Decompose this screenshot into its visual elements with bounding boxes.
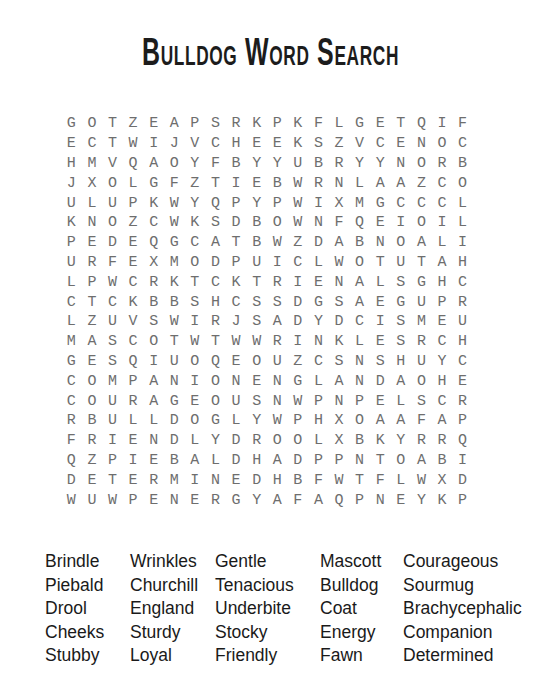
- grid-cell: I: [102, 431, 123, 451]
- grid-cell: E: [246, 134, 267, 154]
- grid-cell: D: [226, 213, 247, 233]
- grid-cell: V: [123, 312, 144, 332]
- grid-cell: P: [432, 292, 453, 312]
- grid-cell: I: [432, 114, 453, 134]
- grid-cell: A: [267, 490, 288, 510]
- grid-cell: R: [452, 292, 473, 312]
- grid-cell: E: [246, 173, 267, 193]
- grid-cell: L: [143, 411, 164, 431]
- grid-cell: R: [246, 431, 267, 451]
- grid-cell: S: [246, 391, 267, 411]
- grid-cell: A: [267, 451, 288, 471]
- grid-cell: R: [82, 253, 103, 273]
- grid-cell: C: [123, 272, 144, 292]
- grid-cell: V: [102, 154, 123, 174]
- grid-cell: T: [226, 233, 247, 253]
- word-list-column: WrinklesChurchillEnglandSturdyLoyal: [130, 550, 215, 668]
- grid-cell: D: [288, 292, 309, 312]
- grid-cell: W: [61, 490, 82, 510]
- grid-cell: O: [82, 114, 103, 134]
- grid-cell: L: [349, 332, 370, 352]
- grid-cell: S: [185, 292, 206, 312]
- grid-cell: W: [288, 391, 309, 411]
- grid-cell: E: [370, 292, 391, 312]
- grid-cell: U: [288, 154, 309, 174]
- grid-cell: N: [205, 470, 226, 490]
- grid-cell: B: [164, 292, 185, 312]
- grid-cell: N: [308, 332, 329, 352]
- grid-cell: C: [82, 134, 103, 154]
- grid-cell: N: [82, 213, 103, 233]
- grid-cell: E: [226, 352, 247, 372]
- word-list-item: Underbite: [215, 597, 320, 621]
- grid-cell: P: [452, 411, 473, 431]
- grid-cell: C: [61, 371, 82, 391]
- grid-cell: O: [205, 391, 226, 411]
- grid-cell: S: [391, 312, 412, 332]
- grid-cell: E: [123, 233, 144, 253]
- grid-cell: C: [143, 213, 164, 233]
- grid-cell: A: [391, 371, 412, 391]
- grid-cell: S: [329, 292, 350, 312]
- grid-cell: N: [349, 451, 370, 471]
- word-list-item: Companion: [403, 621, 541, 645]
- grid-cell: X: [143, 253, 164, 273]
- grid-cell: N: [308, 213, 329, 233]
- grid-cell: E: [82, 233, 103, 253]
- grid-cell: C: [432, 173, 453, 193]
- grid-cell: Q: [205, 352, 226, 372]
- grid-cell: R: [329, 154, 350, 174]
- grid-cell: S: [329, 352, 350, 372]
- grid-cell: D: [288, 451, 309, 471]
- grid-cell: O: [82, 371, 103, 391]
- grid-cell: O: [288, 431, 309, 451]
- grid-cell: X: [329, 431, 350, 451]
- grid-cell: C: [432, 193, 453, 213]
- grid-cell: N: [370, 233, 391, 253]
- grid-cell: T: [82, 292, 103, 312]
- grid-cell: L: [123, 173, 144, 193]
- grid-cell: L: [432, 233, 453, 253]
- grid-cell: N: [411, 134, 432, 154]
- grid-cell: Z: [411, 173, 432, 193]
- grid-cell: W: [164, 312, 185, 332]
- grid-cell: W: [164, 213, 185, 233]
- grid-cell: T: [349, 470, 370, 490]
- grid-cell: W: [185, 332, 206, 352]
- grid-cell: P: [308, 391, 329, 411]
- grid-cell: I: [143, 352, 164, 372]
- word-list-item: Bulldog: [320, 574, 403, 598]
- grid-cell: G: [411, 272, 432, 292]
- grid-cell: N: [329, 272, 350, 292]
- grid-cell: M: [82, 154, 103, 174]
- grid-cell: K: [246, 114, 267, 134]
- grid-cell: C: [349, 312, 370, 332]
- grid-cell: B: [288, 470, 309, 490]
- grid-cell: B: [246, 213, 267, 233]
- grid-cell: A: [205, 233, 226, 253]
- grid-cell: K: [185, 213, 206, 233]
- grid-cell: Z: [123, 213, 144, 233]
- grid-cell: P: [123, 490, 144, 510]
- grid-cell: N: [143, 431, 164, 451]
- grid-cell: E: [185, 490, 206, 510]
- grid-cell: A: [143, 154, 164, 174]
- grid-cell: O: [82, 391, 103, 411]
- grid-cell: L: [391, 470, 412, 490]
- grid-cell: B: [452, 154, 473, 174]
- grid-cell: E: [143, 490, 164, 510]
- grid-cell: K: [288, 114, 309, 134]
- grid-cell: Z: [82, 451, 103, 471]
- grid-cell: A: [349, 272, 370, 292]
- grid-cell: T: [370, 451, 391, 471]
- grid-cell: P: [102, 451, 123, 471]
- grid-cell: P: [349, 490, 370, 510]
- grid-cell: X: [329, 193, 350, 213]
- grid-cell: O: [102, 173, 123, 193]
- grid-cell: B: [308, 154, 329, 174]
- grid-cell: I: [185, 312, 206, 332]
- grid-cell: E: [143, 114, 164, 134]
- grid-cell: N: [349, 371, 370, 391]
- grid-cell: P: [329, 451, 350, 471]
- grid-cell: O: [391, 451, 412, 471]
- grid-cell: Y: [246, 411, 267, 431]
- grid-cell: F: [164, 173, 185, 193]
- grid-cell: A: [143, 391, 164, 411]
- grid-cell: N: [329, 391, 350, 411]
- grid-cell: F: [61, 431, 82, 451]
- grid-cell: D: [370, 371, 391, 391]
- grid-cell: W: [288, 193, 309, 213]
- grid-cell: T: [391, 114, 412, 134]
- grid-cell: A: [370, 173, 391, 193]
- grid-cell: Q: [411, 114, 432, 134]
- grid-cell: L: [349, 173, 370, 193]
- grid-cell: F: [288, 490, 309, 510]
- grid-cell: C: [452, 134, 473, 154]
- grid-cell: U: [411, 352, 432, 372]
- word-list-item: Cheeks: [45, 621, 130, 645]
- word-list-item: Drool: [45, 597, 130, 621]
- grid-cell: Y: [391, 431, 412, 451]
- grid-cell: P: [185, 114, 206, 134]
- grid-cell: I: [185, 470, 206, 490]
- grid-cell: A: [432, 411, 453, 431]
- grid-cell: N: [164, 371, 185, 391]
- grid-cell: E: [370, 332, 391, 352]
- word-list-item: Brindle: [45, 550, 130, 574]
- word-list-item: Energy: [320, 621, 403, 645]
- grid-cell: V: [349, 134, 370, 154]
- grid-cell: S: [391, 332, 412, 352]
- grid-cell: C: [205, 134, 226, 154]
- grid-cell: B: [349, 233, 370, 253]
- grid-cell: I: [288, 272, 309, 292]
- grid-cell: U: [61, 193, 82, 213]
- grid-cell: L: [452, 213, 473, 233]
- grid-cell: T: [164, 332, 185, 352]
- grid-cell: W: [246, 332, 267, 352]
- grid-cell: U: [102, 411, 123, 431]
- word-list-item: Gentle: [215, 550, 320, 574]
- grid-cell: S: [246, 312, 267, 332]
- grid-cell: C: [411, 193, 432, 213]
- grid-cell: A: [185, 451, 206, 471]
- grid-cell: I: [123, 451, 144, 471]
- grid-cell: E: [226, 470, 247, 490]
- grid-cell: P: [267, 193, 288, 213]
- grid-cell: W: [226, 332, 247, 352]
- grid-cell: D: [226, 451, 247, 471]
- grid-cell: E: [267, 134, 288, 154]
- grid-cell: R: [143, 470, 164, 490]
- grid-cell: G: [349, 114, 370, 134]
- grid-cell: B: [432, 451, 453, 471]
- grid-cell: Y: [349, 154, 370, 174]
- grid-cell: S: [411, 391, 432, 411]
- grid-cell: G: [164, 233, 185, 253]
- grid-cell: M: [411, 312, 432, 332]
- grid-cell: U: [102, 312, 123, 332]
- grid-cell: C: [226, 292, 247, 312]
- grid-cell: C: [432, 391, 453, 411]
- grid-cell: F: [411, 411, 432, 431]
- grid-cell: E: [370, 391, 391, 411]
- grid-cell: B: [164, 451, 185, 471]
- grid-cell: P: [349, 391, 370, 411]
- word-list-item: Stocky: [215, 621, 320, 645]
- grid-cell: L: [205, 451, 226, 471]
- grid-cell: F: [102, 253, 123, 273]
- puzzle-title: Bulldog Word Search: [97, 30, 443, 74]
- grid-cell: G: [61, 352, 82, 372]
- grid-cell: Y: [432, 352, 453, 372]
- grid-cell: E: [391, 490, 412, 510]
- grid-cell: P: [123, 193, 144, 213]
- grid-cell: Y: [185, 154, 206, 174]
- grid-cell: S: [102, 332, 123, 352]
- word-list-item: Friendly: [215, 644, 320, 668]
- grid-cell: W: [288, 173, 309, 193]
- grid-cell: O: [411, 154, 432, 174]
- grid-cell: O: [267, 431, 288, 451]
- grid-cell: A: [411, 451, 432, 471]
- grid-cell: R: [411, 332, 432, 352]
- grid-cell: U: [61, 253, 82, 273]
- grid-cell: S: [205, 213, 226, 233]
- grid-cell: M: [349, 193, 370, 213]
- grid-cell: U: [411, 292, 432, 312]
- grid-cell: I: [391, 213, 412, 233]
- grid-cell: C: [452, 272, 473, 292]
- grid-cell: O: [432, 134, 453, 154]
- grid-cell: Q: [452, 431, 473, 451]
- grid-cell: O: [185, 253, 206, 273]
- grid-cell: D: [288, 312, 309, 332]
- grid-cell: L: [452, 193, 473, 213]
- grid-cell: H: [205, 292, 226, 312]
- grid-cell: R: [226, 114, 247, 134]
- grid-cell: Z: [123, 114, 144, 134]
- grid-cell: U: [452, 312, 473, 332]
- grid-cell: D: [102, 233, 123, 253]
- grid-cell: W: [329, 470, 350, 490]
- grid-cell: U: [226, 391, 247, 411]
- grid-cell: Q: [329, 490, 350, 510]
- grid-cell: C: [391, 193, 412, 213]
- grid-cell: H: [432, 272, 453, 292]
- grid-cell: A: [329, 233, 350, 253]
- grid-cell: N: [329, 173, 350, 193]
- grid-cell: C: [61, 391, 82, 411]
- word-list-item: Brachycephalic: [403, 597, 541, 621]
- grid-cell: A: [349, 292, 370, 312]
- grid-cell: C: [61, 292, 82, 312]
- grid-cell: N: [164, 490, 185, 510]
- grid-cell: L: [61, 272, 82, 292]
- grid-cell: K: [143, 193, 164, 213]
- grid-cell: G: [308, 292, 329, 312]
- grid-cell: U: [267, 352, 288, 372]
- grid-cell: L: [370, 272, 391, 292]
- grid-cell: P: [82, 272, 103, 292]
- grid-cell: O: [391, 233, 412, 253]
- grid-cell: F: [205, 154, 226, 174]
- word-list-item: Sourmug: [403, 574, 541, 598]
- grid-cell: B: [267, 173, 288, 193]
- grid-cell: D: [61, 470, 82, 490]
- grid-cell: E: [370, 213, 391, 233]
- grid-cell: L: [82, 193, 103, 213]
- word-list-item: Stubby: [45, 644, 130, 668]
- grid-cell: W: [411, 470, 432, 490]
- grid-cell: O: [452, 173, 473, 193]
- grid-cell: F: [329, 213, 350, 233]
- grid-cell: R: [267, 272, 288, 292]
- grid-cell: P: [308, 451, 329, 471]
- grid-cell: H: [267, 470, 288, 490]
- grid-cell: C: [123, 332, 144, 352]
- grid-cell: E: [123, 470, 144, 490]
- grid-cell: A: [432, 253, 453, 273]
- grid-cell: L: [308, 371, 329, 391]
- grid-cell: H: [391, 352, 412, 372]
- word-list-column: GentleTenaciousUnderbiteStockyFriendly: [215, 550, 320, 668]
- grid-cell: I: [452, 233, 473, 253]
- word-list-item: Determined: [403, 644, 541, 668]
- grid-cell: H: [61, 154, 82, 174]
- grid-cell: M: [164, 253, 185, 273]
- grid-cell: F: [308, 114, 329, 134]
- grid-cell: O: [185, 352, 206, 372]
- grid-cell: A: [143, 371, 164, 391]
- grid-cell: I: [370, 312, 391, 332]
- grid-cell: W: [102, 272, 123, 292]
- grid-cell: G: [370, 193, 391, 213]
- grid-cell: E: [308, 272, 329, 292]
- grid-cell: B: [143, 292, 164, 312]
- grid-cell: B: [226, 154, 247, 174]
- grid-cell: R: [452, 391, 473, 411]
- grid-cell: D: [308, 233, 329, 253]
- grid-cell: I: [288, 332, 309, 352]
- grid-cell: T: [102, 470, 123, 490]
- grid-cell: U: [102, 391, 123, 411]
- grid-cell: T: [205, 173, 226, 193]
- grid-cell: Y: [185, 193, 206, 213]
- grid-cell: S: [267, 292, 288, 312]
- grid-cell: M: [164, 470, 185, 490]
- grid-cell: W: [164, 193, 185, 213]
- grid-cell: F: [370, 470, 391, 490]
- grid-cell: N: [349, 352, 370, 372]
- grid-cell: T: [102, 134, 123, 154]
- grid-cell: P: [226, 253, 247, 273]
- grid-cell: T: [205, 332, 226, 352]
- grid-cell: Y: [370, 154, 391, 174]
- grid-cell: E: [452, 371, 473, 391]
- grid-cell: S: [246, 292, 267, 312]
- grid-cell: Y: [267, 154, 288, 174]
- grid-cell: E: [82, 352, 103, 372]
- grid-cell: V: [185, 134, 206, 154]
- grid-cell: R: [143, 272, 164, 292]
- grid-cell: J: [61, 173, 82, 193]
- word-list-item: Fawn: [320, 644, 403, 668]
- grid-cell: O: [164, 154, 185, 174]
- grid-cell: G: [205, 411, 226, 431]
- grid-cell: W: [123, 134, 144, 154]
- grid-cell: C: [102, 292, 123, 312]
- grid-cell: E: [123, 253, 144, 273]
- word-list-item: Sturdy: [130, 621, 215, 645]
- grid-cell: A: [82, 332, 103, 352]
- grid-cell: R: [267, 332, 288, 352]
- grid-cell: C: [432, 332, 453, 352]
- grid-cell: O: [267, 213, 288, 233]
- grid-cell: P: [226, 193, 247, 213]
- grid-cell: D: [452, 470, 473, 490]
- grid-cell: Y: [205, 431, 226, 451]
- grid-cell: L: [391, 391, 412, 411]
- grid-cell: A: [370, 411, 391, 431]
- grid-cell: E: [185, 391, 206, 411]
- grid-cell: S: [143, 312, 164, 332]
- grid-cell: H: [452, 332, 473, 352]
- grid-cell: D: [164, 431, 185, 451]
- grid-cell: X: [82, 173, 103, 193]
- word-list-column: BrindlePiebaldDroolCheeksStubby: [45, 550, 130, 668]
- word-list-item: Loyal: [130, 644, 215, 668]
- grid-cell: I: [267, 253, 288, 273]
- grid-cell: U: [82, 490, 103, 510]
- grid-cell: T: [102, 114, 123, 134]
- grid-cell: O: [349, 411, 370, 431]
- grid-cell: X: [329, 411, 350, 431]
- grid-cell: L: [308, 253, 329, 273]
- grid-cell: H: [246, 451, 267, 471]
- word-list-item: Courageous: [403, 550, 541, 574]
- grid-cell: G: [61, 114, 82, 134]
- grid-cell: T: [185, 272, 206, 292]
- grid-cell: N: [226, 371, 247, 391]
- grid-cell: Z: [288, 352, 309, 372]
- grid-cell: R: [205, 490, 226, 510]
